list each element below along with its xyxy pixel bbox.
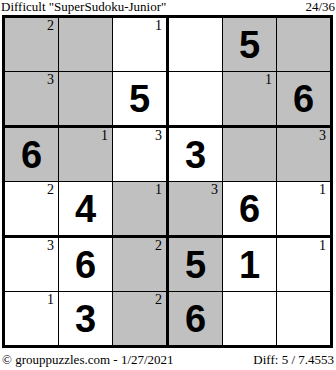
- given-digit: 6: [21, 136, 42, 174]
- cell-r4c3[interactable]: 1: [113, 182, 169, 238]
- progress-counter: 24/36: [305, 0, 335, 14]
- copyright-text: © grouppuzzles.com - 1/27/2021: [2, 352, 174, 368]
- cell-r5c4[interactable]: 5: [169, 238, 223, 292]
- corner-mark: 2: [47, 19, 54, 34]
- difficulty-text: Diff: 5 / 7.4553: [253, 352, 334, 368]
- corner-mark: 1: [101, 129, 108, 144]
- cell-r6c6[interactable]: [277, 292, 330, 345]
- cell-r1c5[interactable]: 5: [223, 18, 277, 72]
- corner-mark: 3: [155, 129, 162, 144]
- sudoku-board: 2153516613332413613625111326: [2, 15, 333, 348]
- cell-r5c5[interactable]: 1: [223, 238, 277, 292]
- given-digit: 1: [239, 246, 260, 284]
- cell-r5c2[interactable]: 6: [59, 238, 113, 292]
- corner-mark: 1: [155, 183, 162, 198]
- puzzle-title: Difficult "SuperSudoku-Junior": [1, 0, 166, 14]
- cell-r4c4[interactable]: 3: [169, 182, 223, 238]
- given-digit: 5: [239, 26, 260, 64]
- corner-mark: 3: [47, 239, 54, 254]
- cell-r2c1[interactable]: 3: [5, 72, 59, 128]
- given-digit: 5: [185, 246, 206, 284]
- given-digit: 5: [129, 80, 150, 118]
- footer: © grouppuzzles.com - 1/27/2021 Diff: 5 /…: [0, 352, 336, 368]
- cell-r1c4[interactable]: [169, 18, 223, 72]
- cell-r2c5[interactable]: 1: [223, 72, 277, 128]
- given-digit: 6: [185, 300, 206, 338]
- cell-r3c3[interactable]: 3: [113, 128, 169, 182]
- cell-r1c2[interactable]: [59, 18, 113, 72]
- corner-mark: 1: [265, 73, 272, 88]
- cell-r3c5[interactable]: [223, 128, 277, 182]
- corner-mark: 1: [155, 19, 162, 34]
- cell-r5c3[interactable]: 2: [113, 238, 169, 292]
- cell-r2c4[interactable]: [169, 72, 223, 128]
- cell-r5c1[interactable]: 3: [5, 238, 59, 292]
- cell-r2c6[interactable]: 6: [277, 72, 330, 128]
- cell-r3c4[interactable]: 3: [169, 128, 223, 182]
- corner-mark: 1: [319, 239, 326, 254]
- cell-r1c6[interactable]: [277, 18, 330, 72]
- corner-mark: 2: [47, 183, 54, 198]
- cell-r4c2[interactable]: 4: [59, 182, 113, 238]
- cell-r1c1[interactable]: 2: [5, 18, 59, 72]
- cell-r2c3[interactable]: 5: [113, 72, 169, 128]
- header: Difficult "SuperSudoku-Junior" 24/36: [0, 0, 336, 15]
- corner-mark: 1: [47, 293, 54, 308]
- given-digit: 3: [75, 300, 96, 338]
- given-digit: 6: [239, 190, 260, 228]
- cell-r5c6[interactable]: 1: [277, 238, 330, 292]
- cell-r6c3[interactable]: 2: [113, 292, 169, 345]
- cell-r6c2[interactable]: 3: [59, 292, 113, 345]
- corner-mark: 2: [155, 239, 162, 254]
- cell-r1c3[interactable]: 1: [113, 18, 169, 72]
- given-digit: 4: [75, 190, 96, 228]
- cell-r6c5[interactable]: [223, 292, 277, 345]
- cell-r4c6[interactable]: 1: [277, 182, 330, 238]
- cell-r2c2[interactable]: [59, 72, 113, 128]
- cell-r4c1[interactable]: 2: [5, 182, 59, 238]
- corner-mark: 1: [319, 183, 326, 198]
- given-digit: 6: [293, 80, 314, 118]
- cell-r3c1[interactable]: 6: [5, 128, 59, 182]
- corner-mark: 3: [319, 129, 326, 144]
- given-digit: 6: [75, 246, 96, 284]
- corner-mark: 3: [211, 183, 218, 198]
- given-digit: 3: [185, 136, 206, 174]
- corner-mark: 2: [155, 293, 162, 308]
- cell-r6c4[interactable]: 6: [169, 292, 223, 345]
- cell-r3c2[interactable]: 1: [59, 128, 113, 182]
- cell-r6c1[interactable]: 1: [5, 292, 59, 345]
- corner-mark: 3: [47, 73, 54, 88]
- cell-r4c5[interactable]: 6: [223, 182, 277, 238]
- cell-r3c6[interactable]: 3: [277, 128, 330, 182]
- puzzle-page: Difficult "SuperSudoku-Junior" 24/36 215…: [0, 0, 336, 370]
